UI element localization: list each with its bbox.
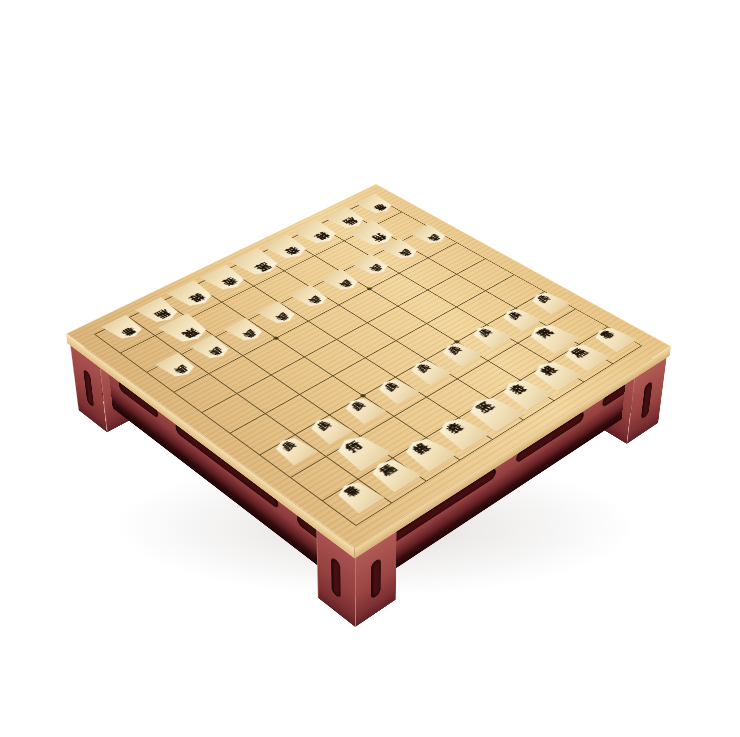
piece-kanji: 将 [411, 442, 433, 456]
piece-kanji: 馬 [377, 463, 399, 477]
leg-slot [83, 368, 94, 408]
leg-slot [371, 557, 381, 600]
piece-kanji: 車 [598, 330, 616, 341]
piece-kanji: 兵 [349, 400, 367, 411]
shogi-piece[interactable]: 香車 [331, 478, 385, 514]
piece-kanji: 兵 [207, 346, 225, 356]
shogi-piece[interactable]: 歩兵 [305, 414, 353, 445]
scene: 香車桂馬銀将金将玉将金将銀将桂馬香車飛車角行歩兵歩兵歩兵歩兵歩兵歩兵歩兵歩兵歩兵… [0, 0, 740, 737]
piece-kanji: 兵 [241, 328, 258, 338]
shogi-piece[interactable]: 歩兵 [373, 376, 420, 405]
shogi-piece[interactable]: 歩兵 [270, 434, 319, 465]
piece-kanji: 兵 [477, 328, 494, 338]
piece-kanji: 将 [508, 383, 529, 396]
piece-kanji: 車 [342, 485, 362, 499]
shogi-piece[interactable]: 歩兵 [437, 340, 483, 367]
piece-kanji: 兵 [415, 363, 433, 374]
piece-kanji: 兵 [382, 381, 400, 392]
shogi-piece[interactable]: 歩兵 [406, 358, 452, 386]
piece-kanji: 将 [444, 421, 466, 435]
piece-kanji: 兵 [280, 440, 299, 452]
shogi-table-board: 香車桂馬銀将金将玉将金将銀将桂馬香車飛車角行歩兵歩兵歩兵歩兵歩兵歩兵歩兵歩兵歩兵… [66, 184, 671, 549]
piece-kanji: 兵 [315, 420, 334, 432]
shogi-piece[interactable]: 歩兵 [155, 352, 200, 380]
piece-kanji: 車 [535, 327, 556, 339]
piece-kanji: 将 [539, 364, 560, 377]
shogi-piece[interactable]: 歩兵 [340, 395, 387, 425]
piece-kanji: 行 [343, 439, 366, 454]
piece-kanji: 将 [475, 401, 498, 415]
piece-kanji: 兵 [446, 345, 464, 355]
shogi-piece[interactable]: 銀将 [398, 434, 457, 472]
leg-slot [641, 380, 653, 419]
piece-kanji: 馬 [569, 347, 589, 359]
product-photo-page: 香車桂馬銀将金将玉将金将銀将桂馬香車飛車角行歩兵歩兵歩兵歩兵歩兵歩兵歩兵歩兵歩兵… [0, 0, 740, 737]
leg-slot [331, 556, 341, 599]
piece-kanji: 兵 [173, 364, 191, 375]
